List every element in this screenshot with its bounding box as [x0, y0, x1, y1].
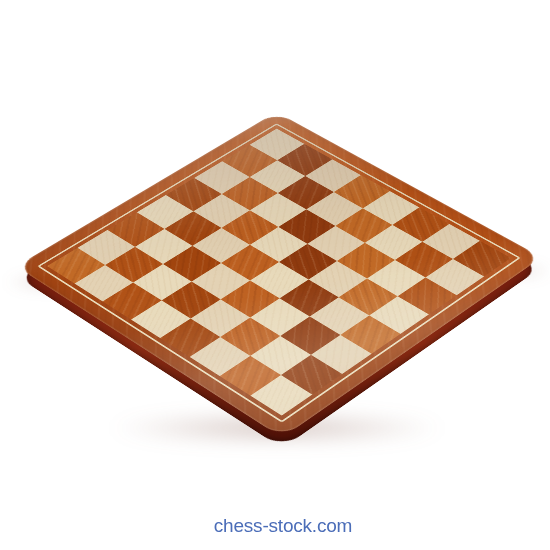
square-g2 [250, 336, 311, 375]
square-f3 [250, 298, 310, 336]
square-f4 [280, 279, 339, 316]
square-h5 [369, 296, 429, 334]
square-f1 [190, 337, 251, 376]
square-e3 [221, 281, 280, 318]
square-d1 [131, 300, 191, 338]
square-c2 [133, 264, 191, 300]
watermark-text: chess-stock.com [8, 515, 550, 537]
photo-canvas: chess-stock.com [0, 0, 550, 550]
square-g5 [339, 278, 398, 315]
square-g4 [310, 297, 370, 335]
square-h6 [398, 277, 457, 314]
square-h4 [340, 315, 400, 353]
square-h3 [311, 335, 372, 374]
board-top-face [16, 112, 542, 438]
square-h2 [281, 355, 342, 395]
perspective-scene [0, 0, 550, 550]
square-f2 [220, 318, 280, 356]
square-d3 [192, 263, 250, 299]
square-g3 [280, 316, 340, 354]
square-f5 [309, 261, 367, 297]
square-e1 [160, 319, 220, 357]
square-g1 [220, 356, 281, 396]
playing-field [47, 129, 511, 416]
square-d2 [162, 282, 221, 319]
square-e4 [250, 262, 308, 298]
square-g6 [367, 260, 425, 296]
square-b1 [75, 265, 133, 301]
square-e2 [191, 299, 251, 337]
chessboard [16, 112, 542, 438]
camera-tilt [0, 0, 550, 550]
square-c1 [103, 283, 162, 320]
square-h1 [250, 375, 312, 416]
square-h7 [426, 259, 484, 295]
